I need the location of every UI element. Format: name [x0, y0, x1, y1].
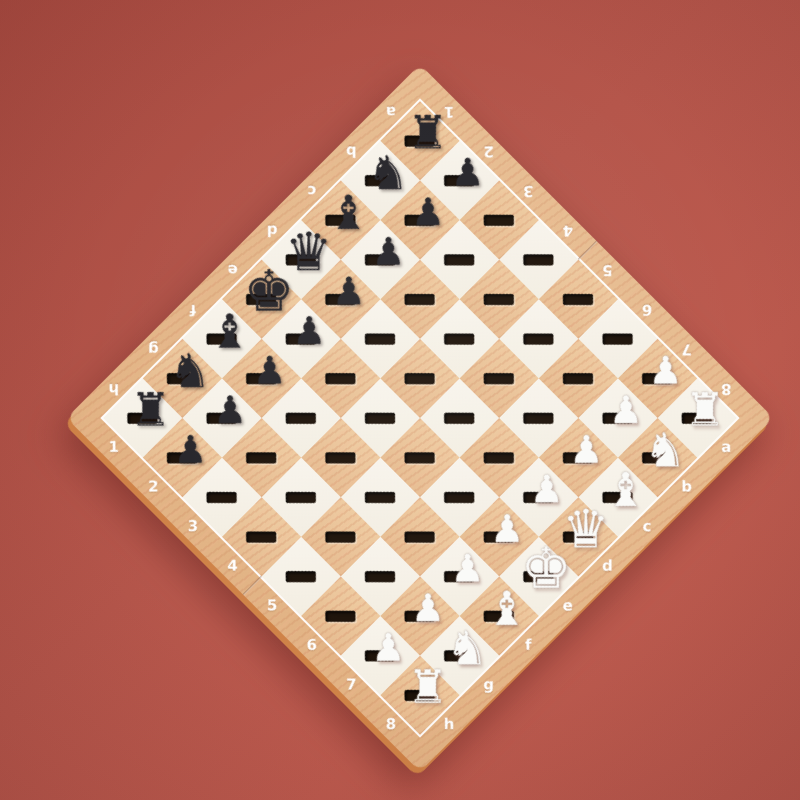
rank-label-4-hfile-edge: 4: [227, 557, 237, 575]
rank-label-2-afile-edge: 2: [483, 142, 493, 160]
photo-background: ♜♟♟♜♞♟♟♞♝♟♟♝♛♟♟♛♚♟♟♚♝♟♟♝♞♟♟♞♜♟♟♜ 1122334…: [0, 0, 800, 800]
rank-label-3-afile-edge: 3: [523, 182, 533, 200]
black-pawn-f2[interactable]: ♟: [253, 351, 287, 389]
black-rook-a1[interactable]: ♜: [407, 110, 448, 156]
file-label-c-rank8-edge: c: [643, 517, 652, 535]
board-grid: ♜♟♟♜♞♟♟♞♝♟♟♝♛♟♟♛♚♟♟♚♝♟♟♝♞♟♟♞♜♟♟♜: [103, 101, 737, 735]
file-label-g-rank8-edge: g: [483, 676, 494, 694]
black-rook-h1[interactable]: ♜: [130, 387, 171, 433]
piece-slot-a3: [484, 215, 514, 226]
piece-slot-g3: [246, 452, 276, 463]
piece-slot-b5: [523, 334, 553, 345]
piece-slot-c4: [444, 334, 474, 345]
white-pawn-d7[interactable]: ♟: [530, 470, 564, 508]
rank-label-8-hfile-edge: 8: [386, 715, 396, 733]
black-pawn-a2[interactable]: ♟: [451, 153, 485, 191]
piece-slot-d3: [365, 334, 395, 345]
white-pawn-e7[interactable]: ♟: [490, 510, 524, 548]
chess-board-wrap: ♜♟♟♜♞♟♟♞♝♟♟♝♛♟♟♛♚♟♟♚♝♟♟♝♞♟♟♞♜♟♟♜ 1122334…: [66, 64, 773, 771]
white-pawn-a7[interactable]: ♟: [649, 351, 683, 389]
piece-slot-a6: [603, 334, 633, 345]
black-knight-g1[interactable]: ♞: [169, 347, 211, 394]
rank-label-7-afile-edge: 7: [681, 340, 691, 358]
file-label-b-rank1-edge: b: [346, 142, 357, 160]
white-pawn-g7[interactable]: ♟: [411, 589, 445, 627]
file-label-d-rank1-edge: d: [267, 222, 278, 240]
file-label-c-rank1-edge: c: [307, 182, 316, 200]
piece-slot-g6: [365, 571, 395, 582]
piece-slot-a5: [563, 294, 593, 305]
piece-slot-c6: [523, 413, 553, 424]
piece-slot-e5: [405, 452, 435, 463]
white-knight-g8[interactable]: ♞: [447, 624, 489, 671]
black-knight-b1[interactable]: ♞: [367, 149, 409, 196]
piece-slot-e4: [365, 413, 395, 424]
piece-slot-f4: [325, 452, 355, 463]
piece-slot-b4: [484, 294, 514, 305]
file-label-d-rank8-edge: d: [602, 557, 613, 575]
black-bishop-f1[interactable]: ♝: [209, 307, 251, 354]
file-label-a-rank8-edge: a: [721, 438, 731, 456]
white-bishop-c8[interactable]: ♝: [605, 466, 647, 513]
piece-slot-f3: [286, 413, 316, 424]
rank-label-5-afile-edge: 5: [602, 261, 612, 279]
piece-slot-b6: [563, 373, 593, 384]
piece-slot-d5: [444, 413, 474, 424]
piece-slot-c3: [405, 294, 435, 305]
file-label-b-rank8-edge: b: [681, 478, 692, 496]
file-label-f-rank1-edge: f: [190, 301, 197, 319]
piece-slot-b3: [444, 254, 474, 265]
piece-slot-g5: [325, 532, 355, 543]
piece-slot-d6: [484, 452, 514, 463]
file-label-f-rank8-edge: f: [525, 636, 532, 654]
file-label-e-rank1-edge: e: [228, 261, 238, 279]
file-label-h-rank8-edge: h: [444, 715, 455, 733]
black-bishop-c1[interactable]: ♝: [328, 189, 370, 236]
black-pawn-h2[interactable]: ♟: [173, 431, 207, 469]
black-pawn-e2[interactable]: ♟: [292, 312, 326, 350]
white-knight-b8[interactable]: ♞: [645, 426, 687, 473]
rank-label-7-hfile-edge: 7: [346, 676, 356, 694]
white-rook-a8[interactable]: ♜: [685, 387, 726, 433]
piece-slot-e6: [444, 492, 474, 503]
white-pawn-b7[interactable]: ♟: [609, 391, 643, 429]
piece-slot-h6: [325, 611, 355, 622]
chess-board: ♜♟♟♜♞♟♟♞♝♟♟♝♛♟♟♛♚♟♟♚♝♟♟♝♞♟♟♞♜♟♟♜ 1122334…: [66, 64, 773, 771]
rank-label-1-hfile-edge: 1: [109, 438, 119, 456]
white-rook-h8[interactable]: ♜: [407, 664, 448, 710]
white-pawn-h7[interactable]: ♟: [371, 629, 405, 667]
black-pawn-g2[interactable]: ♟: [213, 391, 247, 429]
rank-label-6-afile-edge: 6: [642, 301, 652, 319]
white-pawn-f7[interactable]: ♟: [451, 549, 485, 587]
piece-slot-f5: [365, 492, 395, 503]
piece-slot-g4: [286, 492, 316, 503]
black-pawn-b2[interactable]: ♟: [411, 193, 445, 231]
rank-label-6-hfile-edge: 6: [307, 636, 317, 654]
piece-slot-h4: [246, 532, 276, 543]
piece-slot-h3: [207, 492, 237, 503]
white-king-e8[interactable]: ♚: [521, 540, 572, 597]
rank-label-2-hfile-edge: 2: [148, 478, 158, 496]
black-pawn-c2[interactable]: ♟: [371, 233, 405, 271]
piece-slot-f6: [405, 532, 435, 543]
white-bishop-f8[interactable]: ♝: [486, 584, 528, 631]
piece-slot-c5: [484, 373, 514, 384]
piece-slot-h5: [286, 571, 316, 582]
piece-slot-a4: [523, 254, 553, 265]
rank-label-5-hfile-edge: 5: [267, 596, 277, 614]
white-pawn-c7[interactable]: ♟: [569, 431, 603, 469]
rank-label-3-hfile-edge: 3: [188, 517, 198, 535]
rank-label-4-afile-edge: 4: [563, 222, 573, 240]
file-label-h-rank1-edge: h: [108, 380, 119, 398]
black-pawn-d2[interactable]: ♟: [332, 272, 366, 310]
piece-slot-d4: [405, 373, 435, 384]
file-label-a-rank1-edge: a: [386, 103, 396, 121]
file-label-g-rank1-edge: g: [148, 340, 159, 358]
piece-slot-e3: [325, 373, 355, 384]
